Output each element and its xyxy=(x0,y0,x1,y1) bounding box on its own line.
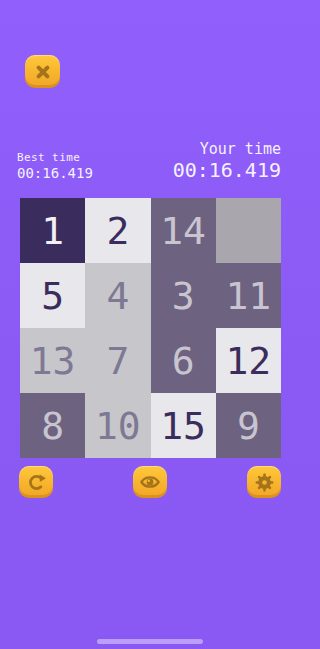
tile-15[interactable]: 15 xyxy=(151,393,216,458)
close-button[interactable] xyxy=(25,55,60,88)
tile-1[interactable]: 1 xyxy=(20,198,85,263)
best-time-block: Best time 00:16.419 xyxy=(17,151,93,181)
tile-14[interactable]: 14 xyxy=(151,198,216,263)
tile-6[interactable]: 6 xyxy=(151,328,216,393)
tile-10[interactable]: 10 xyxy=(85,393,150,458)
tile-12[interactable]: 12 xyxy=(216,328,281,393)
settings-button[interactable] xyxy=(247,466,281,498)
tile-7[interactable]: 7 xyxy=(85,328,150,393)
tile-5[interactable]: 5 xyxy=(20,263,85,328)
your-time-value: 00:16.419 xyxy=(173,159,281,181)
tile-2[interactable]: 2 xyxy=(85,198,150,263)
empty-cell xyxy=(216,198,281,263)
gear-icon xyxy=(254,472,275,493)
best-time-value: 00:16.419 xyxy=(17,165,93,181)
reveal-button[interactable] xyxy=(133,466,167,498)
puzzle-board: 121454311137612810159 xyxy=(20,198,281,458)
your-time-label: Your time xyxy=(173,141,281,158)
home-indicator[interactable] xyxy=(97,639,203,644)
close-icon xyxy=(32,61,54,83)
tile-9[interactable]: 9 xyxy=(216,393,281,458)
tile-13[interactable]: 13 xyxy=(20,328,85,393)
your-time-block: Your time 00:16.419 xyxy=(173,141,281,181)
restart-button[interactable] xyxy=(19,466,53,498)
tile-3[interactable]: 3 xyxy=(151,263,216,328)
tile-11[interactable]: 11 xyxy=(216,263,281,328)
best-time-label: Best time xyxy=(17,151,93,164)
tile-8[interactable]: 8 xyxy=(20,393,85,458)
eye-icon xyxy=(138,471,162,493)
tile-4[interactable]: 4 xyxy=(85,263,150,328)
restart-icon xyxy=(26,472,47,493)
